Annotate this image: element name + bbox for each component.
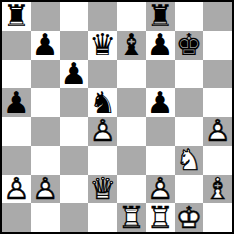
piece-black-rook: ♜ — [2, 2, 31, 31]
white-piece-fill: ♜ — [117, 203, 146, 232]
white-piece-outline: ♕ — [88, 175, 117, 204]
black-piece-glyph: ♚ — [175, 31, 204, 60]
black-piece-glyph: ♛ — [88, 31, 117, 60]
square-c5[interactable] — [60, 88, 89, 117]
piece-black-king: ♚ — [175, 31, 204, 60]
square-b1[interactable] — [31, 203, 60, 232]
square-c1[interactable] — [60, 203, 89, 232]
square-c7[interactable] — [60, 31, 89, 60]
square-e1[interactable]: ♜♖ — [117, 203, 146, 232]
square-d1[interactable] — [88, 203, 117, 232]
square-c4[interactable] — [60, 117, 89, 146]
piece-black-pawn: ♟ — [60, 60, 89, 89]
square-e3[interactable] — [117, 146, 146, 175]
white-piece-fill: ♜ — [146, 203, 175, 232]
square-c3[interactable] — [60, 146, 89, 175]
black-piece-glyph: ♞ — [88, 88, 117, 117]
white-piece-fill: ♟ — [88, 117, 117, 146]
square-f6[interactable] — [146, 60, 175, 89]
white-piece-outline: ♙ — [31, 175, 60, 204]
chess-board: ♜♜♟♛♝♟♚♟♟♞♟♟♙♟♙♞♘♟♙♟♙♛♕♟♙♝♗♜♖♜♖♚♔ — [0, 0, 234, 234]
black-piece-glyph: ♜ — [146, 2, 175, 31]
white-piece-outline: ♗ — [203, 175, 232, 204]
square-a8[interactable]: ♜ — [2, 2, 31, 31]
square-b4[interactable] — [31, 117, 60, 146]
white-piece-fill: ♛ — [88, 175, 117, 204]
piece-white-queen: ♛♕ — [88, 175, 117, 204]
square-h5[interactable] — [203, 88, 232, 117]
square-c8[interactable] — [60, 2, 89, 31]
square-b6[interactable] — [31, 60, 60, 89]
square-d4[interactable]: ♟♙ — [88, 117, 117, 146]
white-piece-fill: ♚ — [175, 203, 204, 232]
piece-black-pawn: ♟ — [2, 88, 31, 117]
square-d3[interactable] — [88, 146, 117, 175]
white-piece-outline: ♙ — [2, 175, 31, 204]
square-h2[interactable]: ♝♗ — [203, 175, 232, 204]
square-f7[interactable]: ♟ — [146, 31, 175, 60]
square-d8[interactable] — [88, 2, 117, 31]
square-h6[interactable] — [203, 60, 232, 89]
piece-black-queen: ♛ — [88, 31, 117, 60]
white-piece-outline: ♙ — [203, 117, 232, 146]
black-piece-glyph: ♟ — [146, 88, 175, 117]
square-d2[interactable]: ♛♕ — [88, 175, 117, 204]
black-piece-glyph: ♝ — [117, 31, 146, 60]
square-b3[interactable] — [31, 146, 60, 175]
black-piece-glyph: ♟ — [2, 88, 31, 117]
piece-black-bishop: ♝ — [117, 31, 146, 60]
white-piece-outline: ♔ — [175, 203, 204, 232]
piece-white-pawn: ♟♙ — [146, 175, 175, 204]
square-e5[interactable] — [117, 88, 146, 117]
square-f5[interactable]: ♟ — [146, 88, 175, 117]
square-f8[interactable]: ♜ — [146, 2, 175, 31]
square-h8[interactable] — [203, 2, 232, 31]
white-piece-outline: ♖ — [117, 203, 146, 232]
piece-white-knight: ♞♘ — [175, 146, 204, 175]
black-piece-glyph: ♜ — [2, 2, 31, 31]
square-e7[interactable]: ♝ — [117, 31, 146, 60]
white-piece-fill: ♞ — [175, 146, 204, 175]
piece-white-pawn: ♟♙ — [203, 117, 232, 146]
square-b2[interactable]: ♟♙ — [31, 175, 60, 204]
square-f1[interactable]: ♜♖ — [146, 203, 175, 232]
square-h1[interactable] — [203, 203, 232, 232]
square-a6[interactable] — [2, 60, 31, 89]
square-a7[interactable] — [2, 31, 31, 60]
square-f2[interactable]: ♟♙ — [146, 175, 175, 204]
piece-black-pawn: ♟ — [146, 88, 175, 117]
piece-black-knight: ♞ — [88, 88, 117, 117]
square-g4[interactable] — [175, 117, 204, 146]
square-c2[interactable] — [60, 175, 89, 204]
piece-black-pawn: ♟ — [146, 31, 175, 60]
piece-white-rook: ♜♖ — [146, 203, 175, 232]
square-h7[interactable] — [203, 31, 232, 60]
square-e6[interactable] — [117, 60, 146, 89]
square-g8[interactable] — [175, 2, 204, 31]
square-g5[interactable] — [175, 88, 204, 117]
piece-white-bishop: ♝♗ — [203, 175, 232, 204]
square-g6[interactable] — [175, 60, 204, 89]
square-h4[interactable]: ♟♙ — [203, 117, 232, 146]
square-a2[interactable]: ♟♙ — [2, 175, 31, 204]
piece-white-pawn: ♟♙ — [2, 175, 31, 204]
square-a1[interactable] — [2, 203, 31, 232]
square-f4[interactable] — [146, 117, 175, 146]
white-piece-fill: ♟ — [2, 175, 31, 204]
piece-white-rook: ♜♖ — [117, 203, 146, 232]
white-piece-outline: ♙ — [88, 117, 117, 146]
piece-white-king: ♚♔ — [175, 203, 204, 232]
piece-black-pawn: ♟ — [31, 31, 60, 60]
square-b7[interactable]: ♟ — [31, 31, 60, 60]
piece-black-rook: ♜ — [146, 2, 175, 31]
piece-white-pawn: ♟♙ — [31, 175, 60, 204]
square-d6[interactable] — [88, 60, 117, 89]
white-piece-outline: ♘ — [175, 146, 204, 175]
square-a4[interactable] — [2, 117, 31, 146]
square-e2[interactable] — [117, 175, 146, 204]
square-d5[interactable]: ♞ — [88, 88, 117, 117]
white-piece-fill: ♝ — [203, 175, 232, 204]
square-f3[interactable] — [146, 146, 175, 175]
square-g2[interactable] — [175, 175, 204, 204]
black-piece-glyph: ♟ — [146, 31, 175, 60]
square-a3[interactable] — [2, 146, 31, 175]
white-piece-fill: ♟ — [203, 117, 232, 146]
black-piece-glyph: ♟ — [31, 31, 60, 60]
square-b8[interactable] — [31, 2, 60, 31]
square-g1[interactable]: ♚♔ — [175, 203, 204, 232]
square-a5[interactable]: ♟ — [2, 88, 31, 117]
white-piece-fill: ♟ — [146, 175, 175, 204]
piece-white-pawn: ♟♙ — [88, 117, 117, 146]
square-d7[interactable]: ♛ — [88, 31, 117, 60]
square-c6[interactable]: ♟ — [60, 60, 89, 89]
white-piece-outline: ♖ — [146, 203, 175, 232]
white-piece-outline: ♙ — [146, 175, 175, 204]
square-e4[interactable] — [117, 117, 146, 146]
black-piece-glyph: ♟ — [60, 60, 89, 89]
square-g7[interactable]: ♚ — [175, 31, 204, 60]
square-b5[interactable] — [31, 88, 60, 117]
square-g3[interactable]: ♞♘ — [175, 146, 204, 175]
square-e8[interactable] — [117, 2, 146, 31]
white-piece-fill: ♟ — [31, 175, 60, 204]
square-h3[interactable] — [203, 146, 232, 175]
